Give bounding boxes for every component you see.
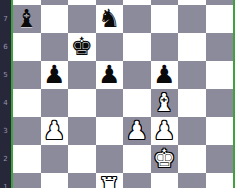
square-g4[interactable] <box>178 89 206 117</box>
square-e4[interactable] <box>123 89 151 117</box>
square-e7[interactable] <box>123 5 151 33</box>
square-g6[interactable] <box>178 33 206 61</box>
black-pawn-f5[interactable]: ♟ <box>151 61 179 89</box>
square-b6[interactable] <box>41 33 69 61</box>
square-e2[interactable] <box>123 145 151 173</box>
square-f4[interactable]: ♝ <box>151 89 179 117</box>
square-f6[interactable] <box>151 33 179 61</box>
square-c5[interactable] <box>68 61 96 89</box>
square-c1[interactable] <box>68 173 96 188</box>
white-rook-d1[interactable]: ♜ <box>96 173 124 188</box>
square-b2[interactable] <box>41 145 69 173</box>
rank-label-5: 5 <box>0 72 11 79</box>
square-c3[interactable] <box>68 117 96 145</box>
square-g5[interactable] <box>178 61 206 89</box>
rank-label-6: 6 <box>0 44 11 51</box>
square-b4[interactable] <box>41 89 69 117</box>
square-a4[interactable] <box>13 89 41 117</box>
square-g3[interactable] <box>178 117 206 145</box>
square-h4[interactable] <box>206 89 234 117</box>
white-pawn-f3[interactable]: ♟ <box>151 117 179 145</box>
square-h1[interactable] <box>206 173 234 188</box>
square-d1[interactable]: ♜ <box>96 173 124 188</box>
square-b5[interactable]: ♟ <box>41 61 69 89</box>
square-a5[interactable] <box>13 61 41 89</box>
chess-board: ♜♝♞♚♟♟♟♝♟♟♟♚♜ <box>13 0 233 188</box>
black-pawn-b5[interactable]: ♟ <box>41 61 69 89</box>
rank-coordinates-sidebar: 7654321 <box>0 0 11 188</box>
black-bishop-a7[interactable]: ♝ <box>13 5 41 33</box>
white-pawn-b3[interactable]: ♟ <box>41 117 69 145</box>
rank-label-1: 1 <box>0 184 11 189</box>
chess-board-frame: ♜♝♞♚♟♟♟♝♟♟♟♚♜ <box>11 0 235 188</box>
white-bishop-f4[interactable]: ♝ <box>151 89 179 117</box>
square-g7[interactable] <box>178 5 206 33</box>
rank-label-4: 4 <box>0 100 11 107</box>
square-a2[interactable] <box>13 145 41 173</box>
square-f3[interactable]: ♟ <box>151 117 179 145</box>
square-h3[interactable] <box>206 117 234 145</box>
square-g1[interactable] <box>178 173 206 188</box>
square-c7[interactable] <box>68 5 96 33</box>
chess-board-grid: ♜♝♞♚♟♟♟♝♟♟♟♚♜ <box>13 0 233 188</box>
square-d7[interactable]: ♞ <box>96 5 124 33</box>
square-b1[interactable] <box>41 173 69 188</box>
square-d6[interactable] <box>96 33 124 61</box>
square-b3[interactable]: ♟ <box>41 117 69 145</box>
square-d5[interactable]: ♟ <box>96 61 124 89</box>
square-c4[interactable] <box>68 89 96 117</box>
square-g2[interactable] <box>178 145 206 173</box>
square-d2[interactable] <box>96 145 124 173</box>
square-f5[interactable]: ♟ <box>151 61 179 89</box>
square-a6[interactable] <box>13 33 41 61</box>
square-c6[interactable]: ♚ <box>68 33 96 61</box>
square-a7[interactable]: ♝ <box>13 5 41 33</box>
square-h2[interactable] <box>206 145 234 173</box>
square-d3[interactable] <box>96 117 124 145</box>
square-e3[interactable]: ♟ <box>123 117 151 145</box>
chess-app-screenshot: 7654321 ♜♝♞♚♟♟♟♝♟♟♟♚♜ <box>0 0 235 188</box>
square-f2[interactable]: ♚ <box>151 145 179 173</box>
square-h7[interactable] <box>206 5 234 33</box>
white-king-f2[interactable]: ♚ <box>151 145 179 173</box>
rank-label-2: 2 <box>0 156 11 163</box>
rank-label-3: 3 <box>0 128 11 135</box>
white-pawn-e3[interactable]: ♟ <box>123 117 151 145</box>
square-a1[interactable] <box>13 173 41 188</box>
square-b7[interactable] <box>41 5 69 33</box>
square-c2[interactable] <box>68 145 96 173</box>
square-e1[interactable] <box>123 173 151 188</box>
square-f1[interactable] <box>151 173 179 188</box>
square-d4[interactable] <box>96 89 124 117</box>
square-e6[interactable] <box>123 33 151 61</box>
square-h6[interactable] <box>206 33 234 61</box>
black-king-c6[interactable]: ♚ <box>68 33 96 61</box>
square-f7[interactable] <box>151 5 179 33</box>
square-e5[interactable] <box>123 61 151 89</box>
black-knight-d7[interactable]: ♞ <box>96 5 124 33</box>
square-a3[interactable] <box>13 117 41 145</box>
rank-label-7: 7 <box>0 16 11 23</box>
square-h5[interactable] <box>206 61 234 89</box>
black-pawn-d5[interactable]: ♟ <box>96 61 124 89</box>
